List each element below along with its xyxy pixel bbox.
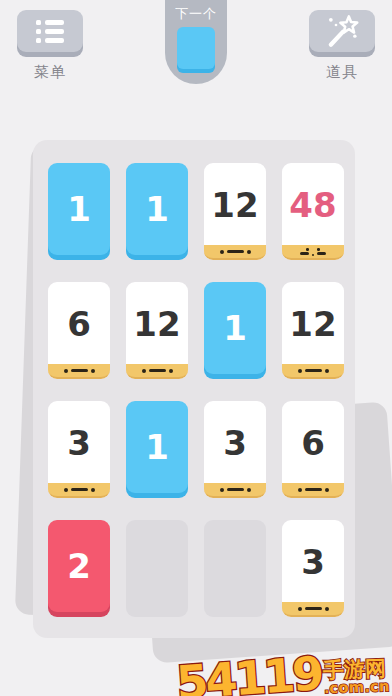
menu-list-icon <box>36 20 64 43</box>
tile-value: 6 <box>301 426 325 460</box>
tile-face-strip <box>126 364 188 379</box>
magic-wand-icon <box>323 13 361 49</box>
menu-label: 菜单 <box>17 63 83 82</box>
tile-value: 2 <box>67 549 91 583</box>
tile-value: 3 <box>301 545 325 579</box>
tile-face-strip <box>282 483 344 498</box>
tile-6: 6 <box>48 282 110 379</box>
tile-1: 1 <box>48 163 110 255</box>
tile-12: 12 <box>126 282 188 379</box>
watermark-domain: .com.cn <box>324 679 390 696</box>
tile-face-strip <box>204 483 266 498</box>
tile-12: 12 <box>282 282 344 379</box>
next-label: 下一个 <box>165 0 227 23</box>
tile-face-strip <box>48 483 110 498</box>
tile-value: 1 <box>145 430 169 464</box>
game-board[interactable]: 111248612112313623 <box>33 140 355 638</box>
props-button[interactable] <box>309 10 375 52</box>
tile-face-strip <box>48 364 110 379</box>
tile-face-strip <box>282 245 344 260</box>
tile-value: 12 <box>289 307 336 341</box>
tile-value: 12 <box>211 188 258 222</box>
tile-face-strip <box>204 245 266 260</box>
menu-button-group: 菜单 <box>17 10 83 82</box>
tile-48: 48 <box>282 163 344 260</box>
tile-value: 3 <box>67 426 91 460</box>
next-card-preview <box>177 27 215 69</box>
tile-1: 1 <box>126 401 188 493</box>
tile-3: 3 <box>48 401 110 498</box>
tile-12: 12 <box>204 163 266 260</box>
tile-value: 3 <box>223 426 247 460</box>
tile-value: 1 <box>67 192 91 226</box>
tile-value: 12 <box>133 307 180 341</box>
tile-value: 6 <box>67 307 91 341</box>
menu-button[interactable] <box>17 10 83 52</box>
tile-3: 3 <box>282 520 344 617</box>
game-screen: 菜单 下一个 道具 111248612112313623 54119 手游网 .… <box>0 0 392 696</box>
tile-3: 3 <box>204 401 266 498</box>
tile-6: 6 <box>282 401 344 498</box>
tile-1: 1 <box>204 282 266 374</box>
tile-face-strip <box>282 364 344 379</box>
next-card-indicator: 下一个 <box>165 0 227 84</box>
props-button-group: 道具 <box>309 10 375 82</box>
watermark-number: 54119 <box>175 653 323 696</box>
tile-1: 1 <box>126 163 188 255</box>
tile-value: 1 <box>145 192 169 226</box>
props-label: 道具 <box>309 63 375 82</box>
empty-slot <box>204 520 266 617</box>
tile-value: 1 <box>223 311 247 345</box>
tile-2: 2 <box>48 520 110 612</box>
tile-face-strip <box>282 602 344 617</box>
watermark: 54119 手游网 .com.cn <box>176 653 392 696</box>
empty-slot <box>126 520 188 617</box>
tile-value: 48 <box>289 188 336 222</box>
